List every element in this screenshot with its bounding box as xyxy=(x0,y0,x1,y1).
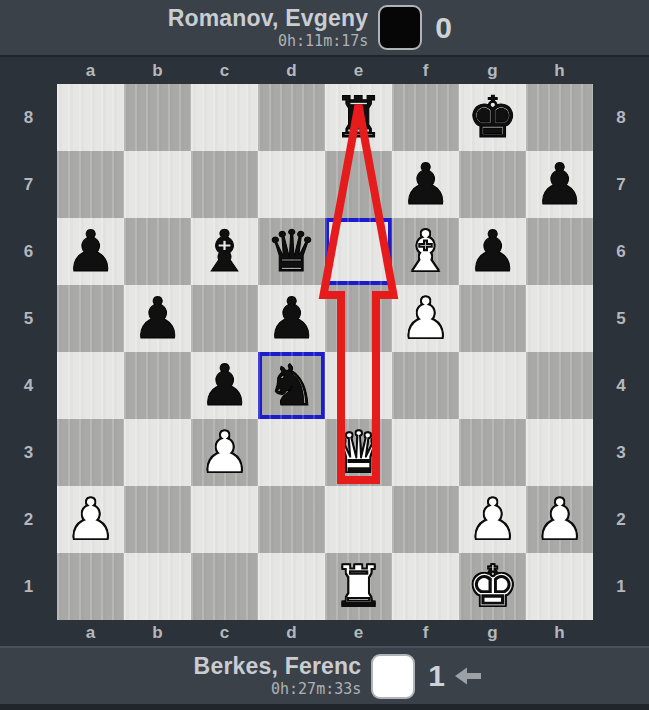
rank-label-3: 3 xyxy=(593,419,649,486)
file-label-e: e xyxy=(325,620,392,646)
square-d4[interactable]: ♞ xyxy=(258,352,325,419)
chess-app: Romanov, Evgeny 0h:11m:17s 0 abcdefgh 87… xyxy=(0,0,649,710)
square-c3[interactable]: ♟ xyxy=(191,419,258,486)
bottom-player-clock: 0h:27m:33s xyxy=(271,681,361,698)
square-d8[interactable] xyxy=(258,84,325,151)
square-g2[interactable]: ♟ xyxy=(459,486,526,553)
square-a5[interactable] xyxy=(57,285,124,352)
side-to-move-arrow-icon xyxy=(455,667,481,685)
square-a2[interactable]: ♟ xyxy=(57,486,124,553)
square-g4[interactable] xyxy=(459,352,526,419)
square-g6[interactable]: ♟ xyxy=(459,218,526,285)
square-a8[interactable] xyxy=(57,84,124,151)
square-a4[interactable] xyxy=(57,352,124,419)
square-c2[interactable] xyxy=(191,486,258,553)
rank-label-6: 6 xyxy=(0,218,57,285)
file-label-g: g xyxy=(459,620,526,646)
rank-label-8: 8 xyxy=(0,84,57,151)
file-label-b: b xyxy=(124,57,191,84)
piece-black-knight-d4: ♞ xyxy=(266,352,317,419)
square-b2[interactable] xyxy=(124,486,191,553)
square-g1[interactable]: ♚ xyxy=(459,553,526,620)
top-player-info: Romanov, Evgeny 0h:11m:17s xyxy=(168,6,369,50)
square-h7[interactable]: ♟ xyxy=(526,151,593,218)
square-c8[interactable] xyxy=(191,84,258,151)
square-d6[interactable]: ♛ xyxy=(258,218,325,285)
bottom-player-name: Berkes, Ferenc xyxy=(194,654,362,679)
square-f3[interactable] xyxy=(392,419,459,486)
square-f1[interactable] xyxy=(392,553,459,620)
square-e1[interactable]: ♜ xyxy=(325,553,392,620)
piece-white-rook-e1: ♜ xyxy=(333,553,384,620)
square-b8[interactable] xyxy=(124,84,191,151)
top-player-clock: 0h:11m:17s xyxy=(278,33,368,50)
top-player-bar: Romanov, Evgeny 0h:11m:17s 0 xyxy=(0,0,649,57)
piece-white-pawn-f5: ♟ xyxy=(400,285,451,352)
piece-black-pawn-d5: ♟ xyxy=(266,285,317,352)
square-h5[interactable] xyxy=(526,285,593,352)
square-h3[interactable] xyxy=(526,419,593,486)
rank-label-2: 2 xyxy=(593,486,649,553)
square-a6[interactable]: ♟ xyxy=(57,218,124,285)
square-c5[interactable] xyxy=(191,285,258,352)
bottom-player-info: Berkes, Ferenc 0h:27m:33s xyxy=(194,654,362,698)
square-d2[interactable] xyxy=(258,486,325,553)
square-d1[interactable] xyxy=(258,553,325,620)
rank-label-3: 3 xyxy=(0,419,57,486)
rank-label-6: 6 xyxy=(593,218,649,285)
square-h4[interactable] xyxy=(526,352,593,419)
square-e5[interactable] xyxy=(325,285,392,352)
bottom-player-bar: Berkes, Ferenc 0h:27m:33s 1 xyxy=(0,646,649,710)
square-e2[interactable] xyxy=(325,486,392,553)
board-area: abcdefgh 87654321 ♜♚♟♟♟♝♛♝♟♟♟♟♟♞♟♛♟♟♟♜♚ … xyxy=(0,57,649,646)
square-c6[interactable]: ♝ xyxy=(191,218,258,285)
square-e3[interactable]: ♛ xyxy=(325,419,392,486)
file-label-h: h xyxy=(526,57,593,84)
square-f4[interactable] xyxy=(392,352,459,419)
file-label-d: d xyxy=(258,620,325,646)
rank-label-2: 2 xyxy=(0,486,57,553)
rank-label-4: 4 xyxy=(0,352,57,419)
square-e4[interactable] xyxy=(325,352,392,419)
piece-white-queen-e3: ♛ xyxy=(333,419,384,486)
piece-black-pawn-g6: ♟ xyxy=(467,218,518,285)
square-e8[interactable]: ♜ xyxy=(325,84,392,151)
piece-white-pawn-g2: ♟ xyxy=(467,486,518,553)
square-c1[interactable] xyxy=(191,553,258,620)
top-player-score: 0 xyxy=(435,11,452,45)
square-c7[interactable] xyxy=(191,151,258,218)
file-label-d: d xyxy=(258,57,325,84)
square-d7[interactable] xyxy=(258,151,325,218)
square-b6[interactable] xyxy=(124,218,191,285)
rank-labels-left: 87654321 xyxy=(0,84,57,620)
file-label-e: e xyxy=(325,57,392,84)
rank-label-8: 8 xyxy=(593,84,649,151)
square-b4[interactable] xyxy=(124,352,191,419)
square-b1[interactable] xyxy=(124,553,191,620)
square-c4[interactable]: ♟ xyxy=(191,352,258,419)
square-e6[interactable] xyxy=(325,218,392,285)
square-f6[interactable]: ♝ xyxy=(392,218,459,285)
piece-white-pawn-a2: ♟ xyxy=(65,486,116,553)
square-h2[interactable]: ♟ xyxy=(526,486,593,553)
file-label-c: c xyxy=(191,620,258,646)
rank-label-5: 5 xyxy=(593,285,649,352)
square-h1[interactable] xyxy=(526,553,593,620)
top-player-name: Romanov, Evgeny xyxy=(168,6,369,31)
square-d5[interactable]: ♟ xyxy=(258,285,325,352)
board-row: 87654321 ♜♚♟♟♟♝♛♝♟♟♟♟♟♞♟♛♟♟♟♜♚ 87654321 xyxy=(0,84,649,620)
square-a1[interactable] xyxy=(57,553,124,620)
file-label-h: h xyxy=(526,620,593,646)
piece-black-pawn-f7: ♟ xyxy=(400,151,451,218)
rank-label-1: 1 xyxy=(0,553,57,620)
square-g7[interactable] xyxy=(459,151,526,218)
bottom-player-score: 1 xyxy=(428,659,445,693)
piece-black-rook-e8: ♜ xyxy=(333,84,384,151)
piece-white-pawn-c3: ♟ xyxy=(199,419,250,486)
rank-label-1: 1 xyxy=(593,553,649,620)
rank-label-5: 5 xyxy=(0,285,57,352)
black-side-indicator xyxy=(378,5,422,50)
chess-board: ♜♚♟♟♟♝♛♝♟♟♟♟♟♞♟♛♟♟♟♜♚ xyxy=(57,84,593,620)
square-h8[interactable] xyxy=(526,84,593,151)
square-a3[interactable] xyxy=(57,419,124,486)
file-label-c: c xyxy=(191,57,258,84)
square-h6[interactable] xyxy=(526,218,593,285)
square-f7[interactable]: ♟ xyxy=(392,151,459,218)
file-labels-bottom: abcdefgh xyxy=(57,620,593,646)
square-b5[interactable]: ♟ xyxy=(124,285,191,352)
square-f2[interactable] xyxy=(392,486,459,553)
piece-black-queen-d6: ♛ xyxy=(266,218,317,285)
square-g5[interactable] xyxy=(459,285,526,352)
square-b7[interactable] xyxy=(124,151,191,218)
square-f8[interactable] xyxy=(392,84,459,151)
rank-labels-right: 87654321 xyxy=(593,84,649,620)
piece-black-pawn-a6: ♟ xyxy=(65,218,116,285)
piece-black-king-g8: ♚ xyxy=(467,84,518,151)
square-g8[interactable]: ♚ xyxy=(459,84,526,151)
square-a7[interactable] xyxy=(57,151,124,218)
square-e7[interactable] xyxy=(325,151,392,218)
rank-label-7: 7 xyxy=(0,151,57,218)
square-f5[interactable]: ♟ xyxy=(392,285,459,352)
file-label-f: f xyxy=(392,620,459,646)
file-label-b: b xyxy=(124,620,191,646)
piece-black-pawn-h7: ♟ xyxy=(534,151,585,218)
piece-black-pawn-b5: ♟ xyxy=(132,285,183,352)
file-label-g: g xyxy=(459,57,526,84)
white-side-indicator xyxy=(371,654,415,699)
rank-label-7: 7 xyxy=(593,151,649,218)
piece-white-pawn-h2: ♟ xyxy=(534,486,585,553)
file-labels-top: abcdefgh xyxy=(57,57,593,84)
file-label-a: a xyxy=(57,57,124,84)
file-label-f: f xyxy=(392,57,459,84)
rank-label-4: 4 xyxy=(593,352,649,419)
square-g3[interactable] xyxy=(459,419,526,486)
file-label-a: a xyxy=(57,620,124,646)
piece-white-bishop-f6: ♝ xyxy=(400,218,451,285)
piece-black-bishop-c6: ♝ xyxy=(199,218,250,285)
piece-black-pawn-c4: ♟ xyxy=(199,352,250,419)
piece-white-king-g1: ♚ xyxy=(467,553,518,620)
square-d3[interactable] xyxy=(258,419,325,486)
square-b3[interactable] xyxy=(124,419,191,486)
